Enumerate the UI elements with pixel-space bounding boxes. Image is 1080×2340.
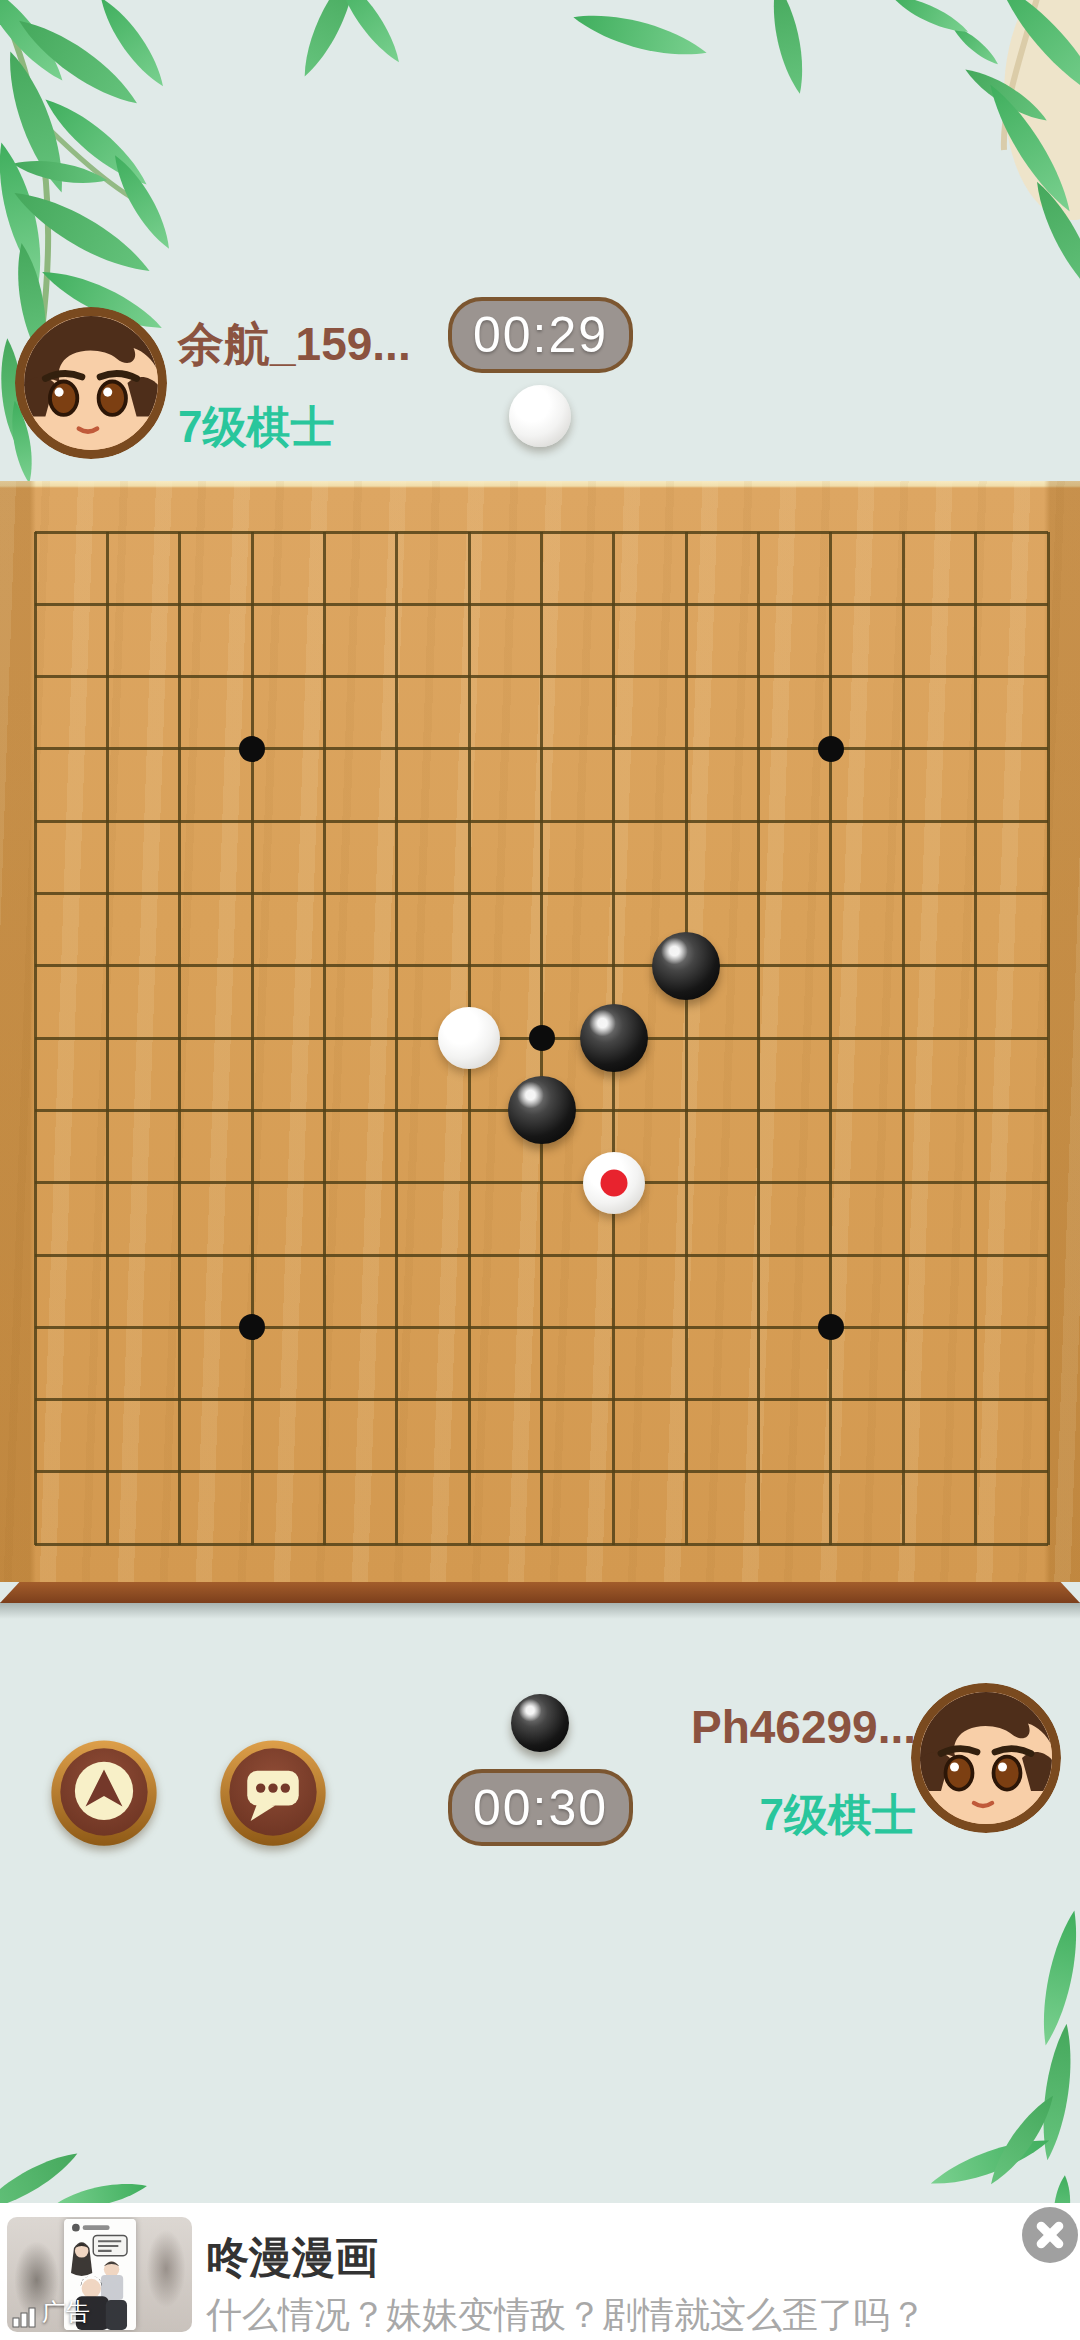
grid-line-vertical <box>829 532 832 1545</box>
grid-line-vertical <box>685 532 688 1545</box>
top-player-avatar[interactable] <box>15 307 167 459</box>
bottom-player-timer: 00:30 <box>448 1769 633 1846</box>
stone-white <box>438 1007 500 1069</box>
top-player-rank: 7级棋士 <box>178 398 334 457</box>
star-point <box>239 1314 265 1340</box>
star-point <box>239 736 265 762</box>
star-point <box>818 736 844 762</box>
top-player-timer: 00:29 <box>448 297 633 373</box>
stone-white <box>583 1152 645 1214</box>
stone-black <box>508 1076 576 1144</box>
bamboo-leaves-top-right <box>889 0 1080 304</box>
board-shadow <box>0 1602 1080 1619</box>
top-player-stone-indicator-white <box>509 385 571 447</box>
grid-line-horizontal <box>35 1181 1048 1184</box>
stone-black <box>652 932 720 1000</box>
undo-button[interactable] <box>48 1736 160 1848</box>
grid-line-horizontal <box>35 1470 1048 1473</box>
ad-thumbnail[interactable]: 广告 <box>7 2217 192 2332</box>
chat-button[interactable] <box>217 1736 329 1848</box>
star-point <box>818 1314 844 1340</box>
bamboo-leaves-bottom-right <box>927 1908 1080 2241</box>
ad-close-button[interactable] <box>1022 2207 1078 2263</box>
grid-line-horizontal <box>35 1543 1048 1546</box>
bamboo-leaves-top-middle <box>294 0 1001 96</box>
grid-line-horizontal <box>35 1398 1048 1401</box>
grid-line-horizontal <box>35 1254 1048 1257</box>
last-move-marker <box>600 1169 627 1196</box>
ad-banner[interactable]: 广告 咚漫漫画 什么情况？妹妹变情敌？剧情就这么歪了吗？ <box>0 2203 1080 2340</box>
bottom-player-stone-indicator-black <box>511 1694 569 1752</box>
star-point <box>529 1025 555 1051</box>
ad-subtitle: 什么情况？妹妹变情敌？剧情就这么歪了吗？ <box>206 2291 926 2340</box>
top-player-name: 余航_159... <box>178 314 411 376</box>
board-grid[interactable] <box>35 532 1048 1545</box>
bottom-player-rank: 7级棋士 <box>760 1786 916 1845</box>
grid-line-vertical <box>757 532 760 1545</box>
board-front-edge <box>0 1582 1080 1603</box>
grid-line-vertical <box>974 532 977 1545</box>
avatar-face-icon <box>15 307 167 459</box>
avatar-face-icon <box>911 1683 1061 1833</box>
gomoku-game-screen: 余航_159... 7级棋士 00:29 00:30 P <box>0 0 1080 2340</box>
ad-label: 广告 <box>12 2296 90 2328</box>
bottom-player-name: Ph46299... <box>691 1700 916 1754</box>
ad-title: 咚漫漫画 <box>206 2229 378 2287</box>
bottom-player-avatar[interactable] <box>911 1683 1061 1833</box>
ad-provider-icon <box>12 2306 38 2328</box>
goban-board <box>0 481 1080 1582</box>
stone-black <box>580 1004 648 1072</box>
grid-line-vertical <box>1047 532 1050 1545</box>
grid-line-vertical <box>902 532 905 1545</box>
grid-line-horizontal <box>35 1326 1048 1329</box>
